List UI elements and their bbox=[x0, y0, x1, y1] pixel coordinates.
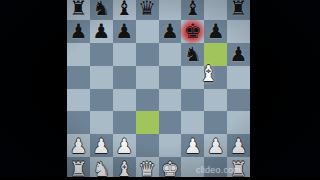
square-e6[interactable] bbox=[159, 43, 182, 66]
white-pawn-c2[interactable]: ♟ bbox=[115, 136, 133, 156]
chess-board[interactable]: ♜♞♝♛♝♜♟♟♟♟♚♟♞♟♟♟♟♟♟♟♜♞♝♛♚♜ bbox=[67, 0, 250, 180]
white-pawn-a2[interactable]: ♟ bbox=[69, 136, 87, 156]
black-pawn-c7[interactable]: ♟ bbox=[115, 21, 133, 41]
square-c6[interactable] bbox=[113, 43, 136, 66]
square-g2[interactable]: ♟ bbox=[204, 134, 227, 157]
white-pawn-h2[interactable]: ♟ bbox=[230, 136, 248, 156]
white-pawn-b2[interactable]: ♟ bbox=[92, 136, 110, 156]
square-e4[interactable] bbox=[159, 89, 182, 112]
square-b4[interactable] bbox=[90, 89, 113, 112]
square-d4[interactable] bbox=[136, 89, 159, 112]
square-g3[interactable] bbox=[204, 111, 227, 134]
square-b8[interactable]: ♞ bbox=[90, 0, 113, 20]
square-d3[interactable] bbox=[136, 111, 159, 134]
black-pawn-g7[interactable]: ♟ bbox=[207, 21, 225, 41]
white-pawn-f2[interactable]: ♟ bbox=[184, 136, 202, 156]
square-e8[interactable] bbox=[159, 0, 182, 20]
square-a5[interactable] bbox=[67, 66, 90, 89]
square-a7[interactable]: ♟ bbox=[67, 20, 90, 43]
square-f2[interactable]: ♟ bbox=[181, 134, 204, 157]
black-pawn-b7[interactable]: ♟ bbox=[92, 21, 110, 41]
square-f3[interactable] bbox=[181, 111, 204, 134]
square-h2[interactable]: ♟ bbox=[227, 134, 250, 157]
square-a2[interactable]: ♟ bbox=[67, 134, 90, 157]
square-b5[interactable] bbox=[90, 66, 113, 89]
square-f4[interactable] bbox=[181, 89, 204, 112]
square-g4[interactable] bbox=[204, 89, 227, 112]
white-queen-d1[interactable]: ♛ bbox=[138, 159, 156, 179]
black-pawn-e7[interactable]: ♟ bbox=[161, 21, 179, 41]
square-f8[interactable]: ♝ bbox=[181, 0, 204, 20]
square-h4[interactable] bbox=[227, 89, 250, 112]
black-knight-b8[interactable]: ♞ bbox=[92, 0, 110, 18]
square-c7[interactable]: ♟ bbox=[113, 20, 136, 43]
square-e7[interactable]: ♟ bbox=[159, 20, 182, 43]
black-king-f7[interactable]: ♚ bbox=[184, 21, 202, 41]
square-a6[interactable] bbox=[67, 43, 90, 66]
white-king-e1[interactable]: ♚ bbox=[161, 159, 179, 179]
square-h5[interactable] bbox=[227, 66, 250, 89]
square-e2[interactable] bbox=[159, 134, 182, 157]
square-d2[interactable] bbox=[136, 134, 159, 157]
white-rook-a1[interactable]: ♜ bbox=[69, 159, 87, 179]
square-c5[interactable] bbox=[113, 66, 136, 89]
black-bishop-f8[interactable]: ♝ bbox=[184, 0, 202, 18]
square-a4[interactable] bbox=[67, 89, 90, 112]
square-h6[interactable]: ♟ bbox=[227, 43, 250, 66]
square-b7[interactable]: ♟ bbox=[90, 20, 113, 43]
black-rook-h8[interactable]: ♜ bbox=[230, 0, 248, 18]
square-d8[interactable]: ♛ bbox=[136, 0, 159, 20]
square-g7[interactable]: ♟ bbox=[204, 20, 227, 43]
white-pawn-g2[interactable]: ♟ bbox=[207, 136, 225, 156]
square-a3[interactable] bbox=[67, 111, 90, 134]
square-d6[interactable] bbox=[136, 43, 159, 66]
square-c2[interactable]: ♟ bbox=[113, 134, 136, 157]
square-b6[interactable] bbox=[90, 43, 113, 66]
square-c8[interactable]: ♝ bbox=[113, 0, 136, 20]
square-h3[interactable] bbox=[227, 111, 250, 134]
square-d7[interactable] bbox=[136, 20, 159, 43]
square-e5[interactable] bbox=[159, 66, 182, 89]
square-d5[interactable] bbox=[136, 66, 159, 89]
square-c3[interactable] bbox=[113, 111, 136, 134]
watermark: clideo.com bbox=[196, 165, 241, 175]
video-frame: ♜♞♝♛♝♜♟♟♟♟♚♟♞♟♟♟♟♟♟♟♜♞♝♛♚♜ ♝ clideo.com bbox=[0, 0, 320, 180]
black-queen-d8[interactable]: ♛ bbox=[138, 0, 156, 18]
black-pawn-a7[interactable]: ♟ bbox=[69, 21, 87, 41]
square-f7[interactable]: ♚ bbox=[181, 20, 204, 43]
black-rook-a8[interactable]: ♜ bbox=[69, 0, 87, 18]
letterbox-bottom bbox=[0, 177, 320, 180]
square-b2[interactable]: ♟ bbox=[90, 134, 113, 157]
moving-white-bishop[interactable]: ♝ bbox=[197, 61, 220, 86]
square-c4[interactable] bbox=[113, 89, 136, 112]
black-pawn-h6[interactable]: ♟ bbox=[230, 44, 248, 64]
white-bishop-c1[interactable]: ♝ bbox=[115, 159, 133, 179]
white-knight-b1[interactable]: ♞ bbox=[92, 159, 110, 179]
square-g8[interactable] bbox=[204, 0, 227, 20]
square-a8[interactable]: ♜ bbox=[67, 0, 90, 20]
square-h8[interactable]: ♜ bbox=[227, 0, 250, 20]
square-e3[interactable] bbox=[159, 111, 182, 134]
square-b3[interactable] bbox=[90, 111, 113, 134]
black-bishop-c8[interactable]: ♝ bbox=[115, 0, 133, 18]
square-h7[interactable] bbox=[227, 20, 250, 43]
